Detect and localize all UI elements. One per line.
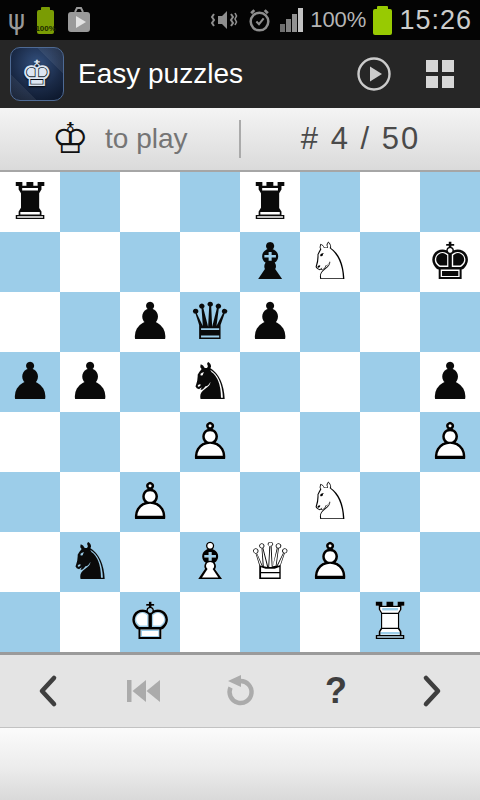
piece-white-pawn: ♟♙: [120, 472, 180, 532]
piece-white-knight: ♞♘: [300, 232, 360, 292]
nav-bar: ?: [0, 655, 480, 728]
square-g3[interactable]: [360, 472, 420, 532]
piece-black-knight: ♞: [180, 352, 240, 412]
square-a8[interactable]: ♜: [0, 172, 60, 232]
square-c1[interactable]: ♚♔: [120, 592, 180, 652]
piece-white-queen: ♛♕: [240, 532, 300, 592]
rewind-button[interactable]: [112, 661, 176, 721]
app-icon-king-glyph: ♚: [21, 56, 53, 92]
battery-percent-text: 100%: [310, 7, 366, 33]
piece-black-rook: ♜: [240, 172, 300, 232]
square-d4[interactable]: ♟♙: [180, 412, 240, 472]
square-a2[interactable]: [0, 532, 60, 592]
signal-icon: [280, 8, 303, 32]
piece-white-pawn: ♟♙: [300, 532, 360, 592]
square-e6[interactable]: ♟: [240, 292, 300, 352]
square-c8[interactable]: [120, 172, 180, 232]
piece-black-king: ♚: [420, 232, 480, 292]
next-puzzle-button[interactable]: [400, 661, 464, 721]
square-g6[interactable]: [360, 292, 420, 352]
status-bar: ψ 100% 100%: [0, 0, 480, 40]
square-h4[interactable]: ♟♙: [420, 412, 480, 472]
piece-black-pawn: ♟: [420, 352, 480, 412]
vibrate-mute-icon: [209, 7, 239, 33]
footer-area: [0, 728, 480, 800]
square-e4[interactable]: [240, 412, 300, 472]
square-f8[interactable]: [300, 172, 360, 232]
square-a5[interactable]: ♟: [0, 352, 60, 412]
square-a6[interactable]: [0, 292, 60, 352]
square-d3[interactable]: [180, 472, 240, 532]
square-f5[interactable]: [300, 352, 360, 412]
square-f4[interactable]: [300, 412, 360, 472]
piece-black-pawn: ♟: [120, 292, 180, 352]
square-f3[interactable]: ♞♘: [300, 472, 360, 532]
piece-black-knight: ♞: [60, 532, 120, 592]
turn-bar: ♔ to play # 4 / 50: [0, 108, 480, 172]
square-h5[interactable]: ♟: [420, 352, 480, 412]
square-d7[interactable]: [180, 232, 240, 292]
clock-text: 15:26: [399, 5, 472, 36]
piece-black-bishop: ♝: [240, 232, 300, 292]
square-h3[interactable]: [420, 472, 480, 532]
piece-white-bishop: ♝♗: [180, 532, 240, 592]
piece-black-pawn: ♟: [0, 352, 60, 412]
piece-white-pawn: ♟♙: [180, 412, 240, 472]
square-b4[interactable]: [60, 412, 120, 472]
square-f1[interactable]: [300, 592, 360, 652]
app-root: ψ 100% 100%: [0, 0, 480, 800]
square-d5[interactable]: ♞: [180, 352, 240, 412]
chess-board[interactable]: ♜♜♝♞♘♚♟♛♟♟♟♞♟♟♙♟♙♟♙♞♘♞♝♗♛♕♟♙♚♔♜♖: [0, 172, 480, 652]
piece-black-queen: ♛: [180, 292, 240, 352]
to-play-label: to play: [105, 123, 188, 155]
app-icon: ♚: [10, 47, 64, 101]
square-e7[interactable]: ♝: [240, 232, 300, 292]
square-c5[interactable]: [120, 352, 180, 412]
square-c4[interactable]: [120, 412, 180, 472]
square-c6[interactable]: ♟: [120, 292, 180, 352]
square-b6[interactable]: [60, 292, 120, 352]
piece-black-pawn: ♟: [60, 352, 120, 412]
hint-label: ?: [325, 670, 347, 712]
undo-button[interactable]: [208, 661, 272, 721]
square-f7[interactable]: ♞♘: [300, 232, 360, 292]
square-e3[interactable]: [240, 472, 300, 532]
square-d2[interactable]: ♝♗: [180, 532, 240, 592]
title-bar: ♚ Easy puzzles: [0, 40, 480, 108]
square-h7[interactable]: ♚: [420, 232, 480, 292]
square-f6[interactable]: [300, 292, 360, 352]
page-title: Easy puzzles: [78, 58, 243, 90]
square-e1[interactable]: [240, 592, 300, 652]
square-e5[interactable]: [240, 352, 300, 412]
square-c3[interactable]: ♟♙: [120, 472, 180, 532]
usb-icon: ψ: [8, 7, 25, 33]
side-to-move-icon: ♔: [51, 118, 89, 160]
piece-white-knight: ♞♘: [300, 472, 360, 532]
square-f2[interactable]: ♟♙: [300, 532, 360, 592]
square-e8[interactable]: ♜: [240, 172, 300, 232]
square-a7[interactable]: [0, 232, 60, 292]
status-left-icons: ψ 100%: [8, 7, 92, 34]
square-d6[interactable]: ♛: [180, 292, 240, 352]
square-h1[interactable]: [420, 592, 480, 652]
square-g5[interactable]: [360, 352, 420, 412]
square-a3[interactable]: [0, 472, 60, 532]
square-h8[interactable]: [420, 172, 480, 232]
puzzle-counter: # 4 / 50: [241, 121, 480, 157]
square-a1[interactable]: [0, 592, 60, 652]
square-b2[interactable]: ♞: [60, 532, 120, 592]
battery-icon: [373, 9, 392, 35]
square-b5[interactable]: ♟: [60, 352, 120, 412]
square-h2[interactable]: [420, 532, 480, 592]
square-h6[interactable]: [420, 292, 480, 352]
square-b1[interactable]: [60, 592, 120, 652]
prev-puzzle-button[interactable]: [16, 661, 80, 721]
play-button[interactable]: [356, 56, 392, 92]
battery-percent-small: 100%: [35, 24, 56, 33]
square-d8[interactable]: [180, 172, 240, 232]
piece-black-rook: ♜: [0, 172, 60, 232]
hint-button[interactable]: ?: [304, 661, 368, 721]
piece-black-pawn: ♟: [240, 292, 300, 352]
play-store-icon: [66, 7, 92, 33]
square-b8[interactable]: [60, 172, 120, 232]
square-g8[interactable]: [360, 172, 420, 232]
square-g1[interactable]: ♜♖: [360, 592, 420, 652]
square-g2[interactable]: [360, 532, 420, 592]
square-c7[interactable]: [120, 232, 180, 292]
square-e2[interactable]: ♛♕: [240, 532, 300, 592]
square-g4[interactable]: [360, 412, 420, 472]
square-g7[interactable]: [360, 232, 420, 292]
piece-white-king: ♚♔: [120, 592, 180, 652]
alarm-icon: [246, 7, 273, 34]
status-right-icons: 100% 15:26: [209, 5, 472, 36]
square-c2[interactable]: [120, 532, 180, 592]
piece-white-pawn: ♟♙: [420, 412, 480, 472]
square-b3[interactable]: [60, 472, 120, 532]
battery-icon-small: 100%: [37, 10, 54, 34]
grid-menu-button[interactable]: [426, 60, 454, 88]
piece-white-rook: ♜♖: [360, 592, 420, 652]
square-a4[interactable]: [0, 412, 60, 472]
square-d1[interactable]: [180, 592, 240, 652]
square-b7[interactable]: [60, 232, 120, 292]
